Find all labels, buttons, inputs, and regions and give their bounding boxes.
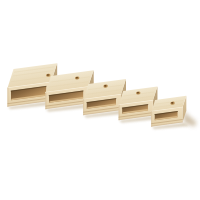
product-photo [0, 0, 200, 200]
wooden-blocks-illustration [0, 0, 200, 200]
